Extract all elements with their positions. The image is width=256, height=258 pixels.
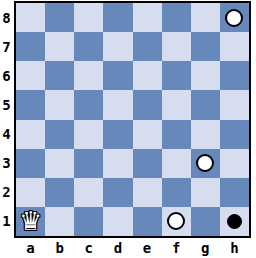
square-g3[interactable]: [191, 149, 220, 178]
square-e8[interactable]: [133, 3, 162, 32]
square-c3[interactable]: [74, 149, 103, 178]
rank-label-2: 2: [0, 178, 13, 207]
rank-label-8: 8: [0, 3, 13, 32]
square-b3[interactable]: [45, 149, 74, 178]
rank-label-1: 1: [0, 207, 13, 236]
square-b1[interactable]: [45, 207, 74, 236]
rank-label-7: 7: [0, 32, 13, 61]
rank-label-6: 6: [0, 61, 13, 90]
file-labels: abcdefgh: [16, 238, 249, 258]
square-c8[interactable]: [74, 3, 103, 32]
square-e4[interactable]: [133, 120, 162, 149]
square-d6[interactable]: [103, 61, 132, 90]
square-h6[interactable]: [220, 61, 249, 90]
square-g6[interactable]: [191, 61, 220, 90]
rank-labels: 87654321: [0, 3, 13, 236]
file-label-e: e: [133, 238, 162, 258]
square-a5[interactable]: [16, 90, 45, 119]
square-e3[interactable]: [133, 149, 162, 178]
rank-label-4: 4: [0, 120, 13, 149]
file-label-a: a: [16, 238, 45, 258]
square-g7[interactable]: [191, 32, 220, 61]
square-f8[interactable]: [162, 3, 191, 32]
black-circle-marker[interactable]: [227, 214, 242, 229]
square-f2[interactable]: [162, 178, 191, 207]
square-d2[interactable]: [103, 178, 132, 207]
chess-board: ♛: [14, 1, 251, 238]
white-circle-marker[interactable]: [225, 9, 243, 27]
white-queen[interactable]: ♛: [19, 208, 42, 234]
square-f3[interactable]: [162, 149, 191, 178]
chess-diagram: 87654321 ♛ abcdefgh: [0, 0, 256, 258]
square-b4[interactable]: [45, 120, 74, 149]
square-h4[interactable]: [220, 120, 249, 149]
square-f7[interactable]: [162, 32, 191, 61]
square-b6[interactable]: [45, 61, 74, 90]
square-d1[interactable]: [103, 207, 132, 236]
square-g2[interactable]: [191, 178, 220, 207]
square-h2[interactable]: [220, 178, 249, 207]
square-e6[interactable]: [133, 61, 162, 90]
square-e5[interactable]: [133, 90, 162, 119]
square-b8[interactable]: [45, 3, 74, 32]
square-c4[interactable]: [74, 120, 103, 149]
square-d3[interactable]: [103, 149, 132, 178]
square-f4[interactable]: [162, 120, 191, 149]
square-g1[interactable]: [191, 207, 220, 236]
file-label-c: c: [74, 238, 103, 258]
rank-label-5: 5: [0, 90, 13, 119]
square-e7[interactable]: [133, 32, 162, 61]
file-label-g: g: [191, 238, 220, 258]
square-b5[interactable]: [45, 90, 74, 119]
square-h1[interactable]: [220, 207, 249, 236]
square-h7[interactable]: [220, 32, 249, 61]
white-circle-marker[interactable]: [167, 212, 185, 230]
square-h3[interactable]: [220, 149, 249, 178]
square-c6[interactable]: [74, 61, 103, 90]
square-a2[interactable]: [16, 178, 45, 207]
square-d8[interactable]: [103, 3, 132, 32]
square-d7[interactable]: [103, 32, 132, 61]
square-g8[interactable]: [191, 3, 220, 32]
white-circle-marker[interactable]: [196, 154, 214, 172]
square-c2[interactable]: [74, 178, 103, 207]
square-b7[interactable]: [45, 32, 74, 61]
square-e2[interactable]: [133, 178, 162, 207]
square-a8[interactable]: [16, 3, 45, 32]
square-a1[interactable]: ♛: [16, 207, 45, 236]
square-d5[interactable]: [103, 90, 132, 119]
square-a6[interactable]: [16, 61, 45, 90]
square-a7[interactable]: [16, 32, 45, 61]
square-e1[interactable]: [133, 207, 162, 236]
file-label-f: f: [162, 238, 191, 258]
file-label-b: b: [45, 238, 74, 258]
square-g5[interactable]: [191, 90, 220, 119]
square-h8[interactable]: [220, 3, 249, 32]
square-c1[interactable]: [74, 207, 103, 236]
square-a4[interactable]: [16, 120, 45, 149]
square-f1[interactable]: [162, 207, 191, 236]
rank-label-3: 3: [0, 149, 13, 178]
square-g4[interactable]: [191, 120, 220, 149]
square-f6[interactable]: [162, 61, 191, 90]
square-c7[interactable]: [74, 32, 103, 61]
square-h5[interactable]: [220, 90, 249, 119]
square-a3[interactable]: [16, 149, 45, 178]
file-label-h: h: [220, 238, 249, 258]
square-f5[interactable]: [162, 90, 191, 119]
file-label-d: d: [103, 238, 132, 258]
square-c5[interactable]: [74, 90, 103, 119]
square-b2[interactable]: [45, 178, 74, 207]
square-d4[interactable]: [103, 120, 132, 149]
